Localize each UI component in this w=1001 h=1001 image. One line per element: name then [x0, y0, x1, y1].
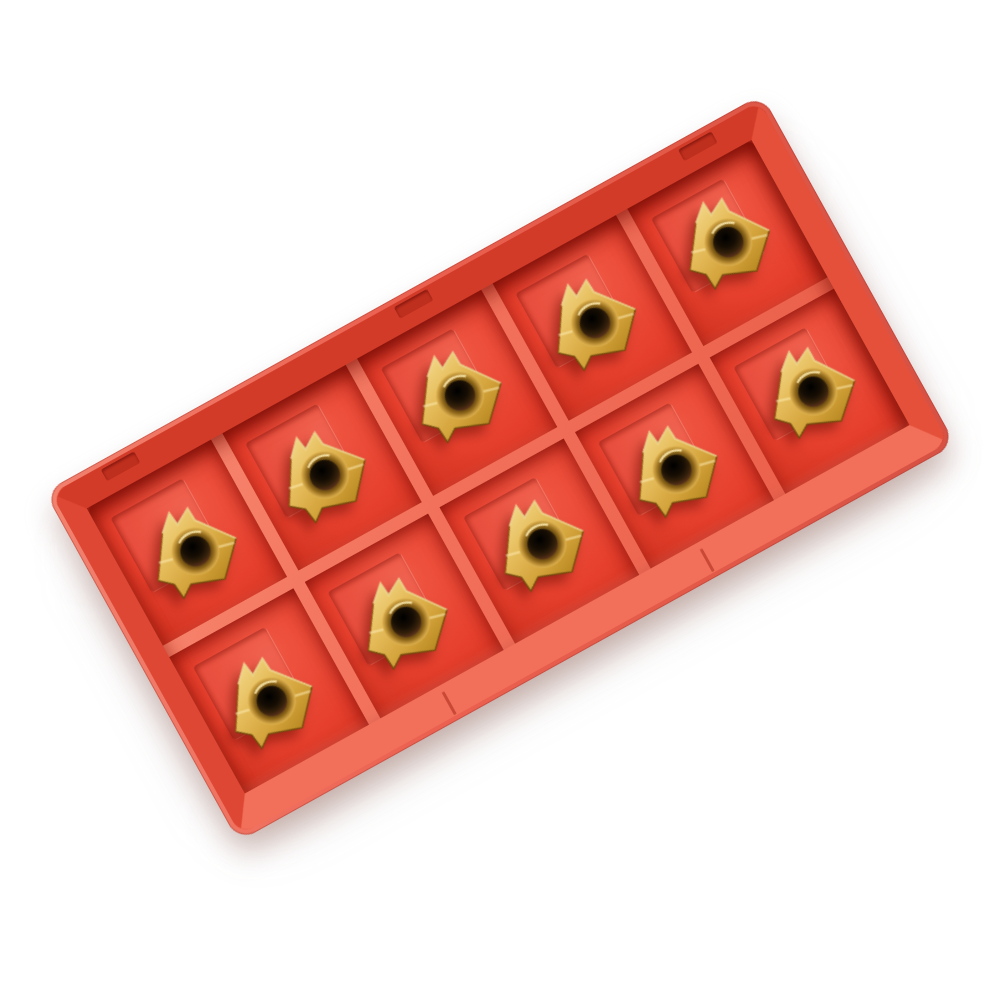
carbide-insert	[617, 409, 731, 523]
carbide-insert	[485, 484, 598, 597]
carbide-insert	[138, 491, 251, 604]
carbide-insert	[403, 336, 514, 447]
carbide-insert	[673, 184, 782, 293]
carbide-insert	[758, 333, 866, 441]
insert-box-tray	[44, 94, 955, 841]
latch-notch	[101, 451, 141, 481]
mold-seam	[442, 691, 457, 715]
latch-notch	[394, 289, 434, 319]
carbide-insert	[349, 562, 460, 673]
tray-floor	[87, 140, 910, 794]
latch-notch	[678, 131, 718, 161]
carbide-insert	[536, 262, 650, 376]
carbide-insert	[265, 412, 382, 529]
product-photo	[0, 0, 1001, 1001]
mold-seam	[700, 548, 715, 572]
carbide-insert	[212, 639, 328, 755]
